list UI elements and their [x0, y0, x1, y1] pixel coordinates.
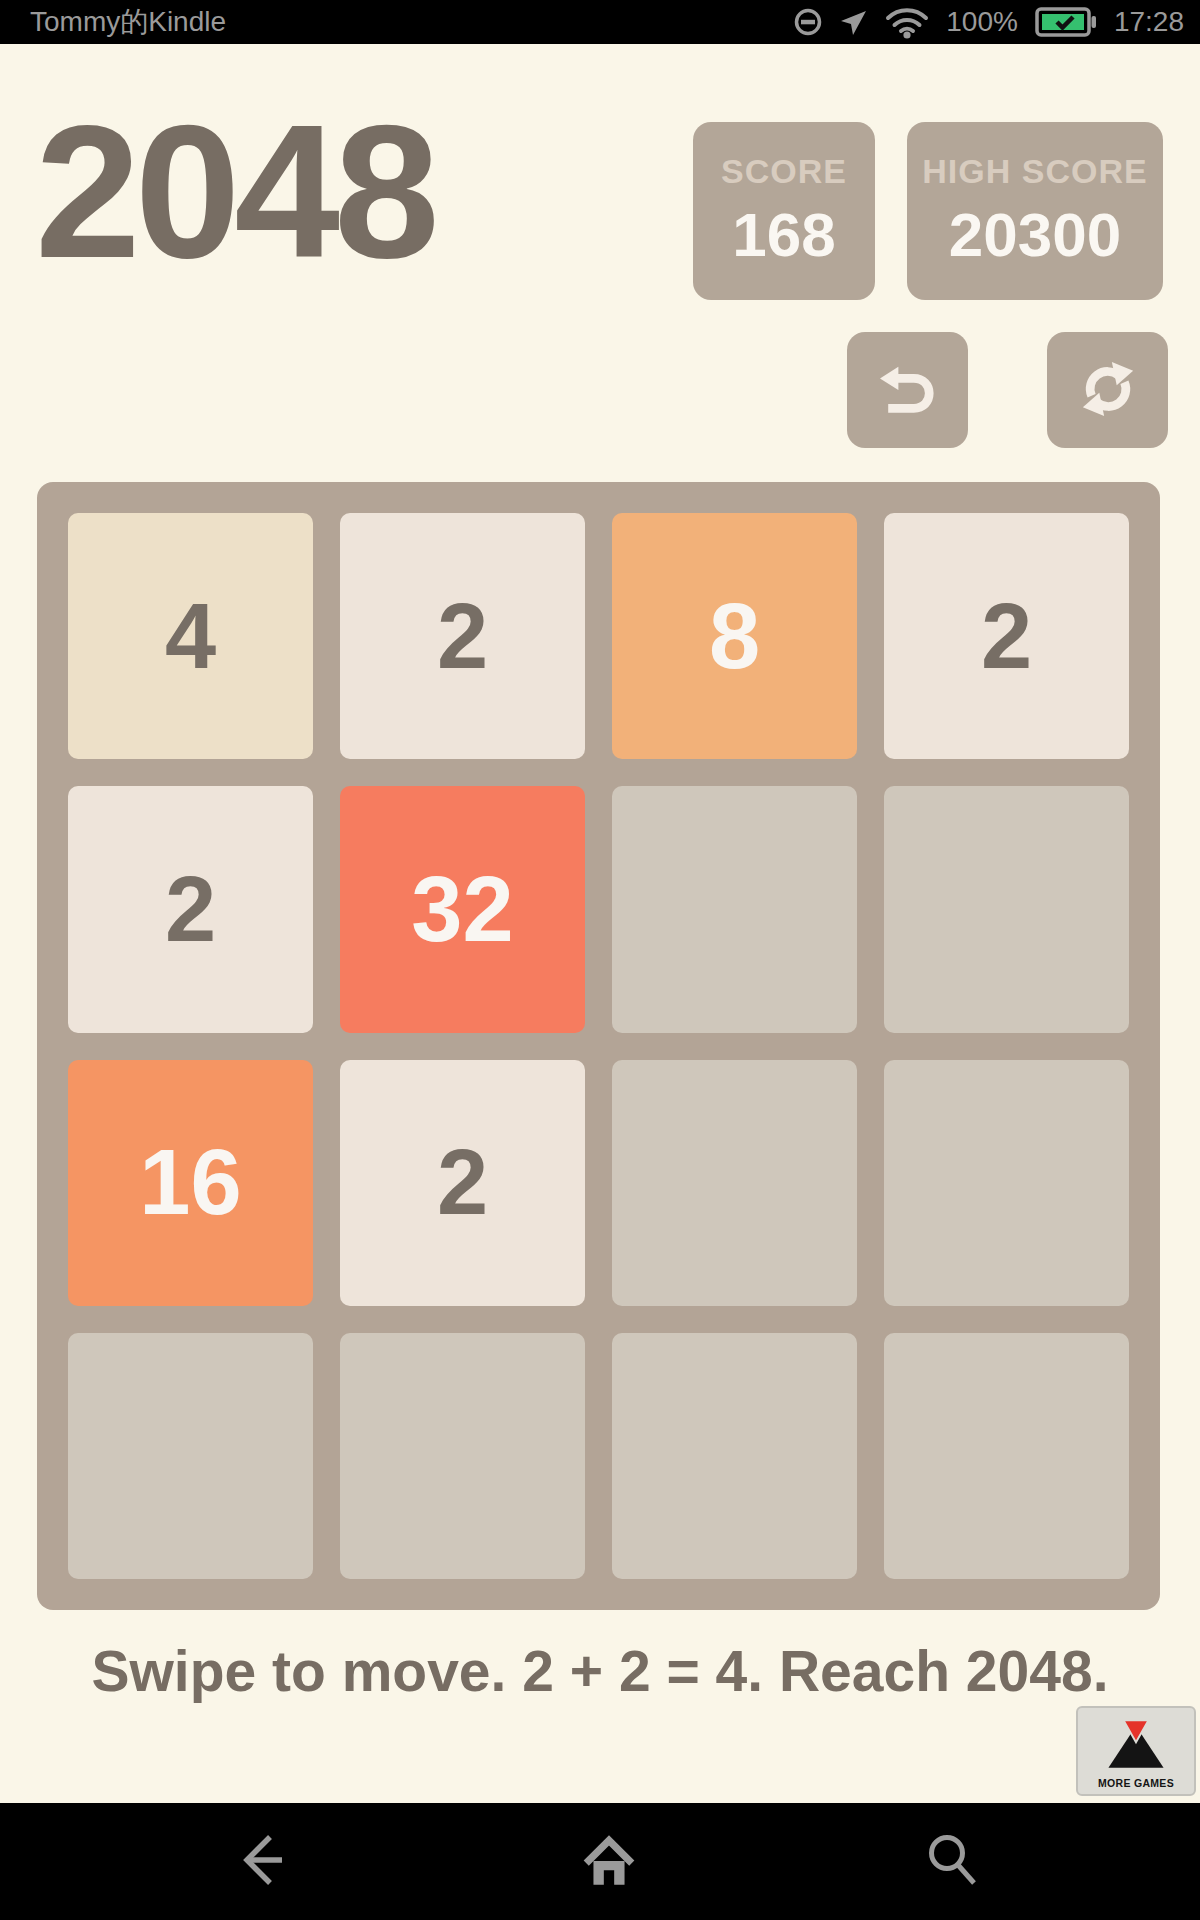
app-title: 2048 — [35, 96, 434, 286]
board-cell-r1c1: 4 — [68, 513, 313, 759]
game-board[interactable]: 4 2 8 2 2 32 16 2 — [37, 482, 1160, 1610]
high-score-box: HIGH SCORE 20300 — [907, 122, 1163, 300]
back-icon — [234, 1829, 290, 1894]
board-cell-r4c1 — [68, 1333, 313, 1579]
back-button[interactable] — [207, 1817, 317, 1907]
restart-button[interactable] — [1047, 332, 1168, 448]
undo-button[interactable] — [847, 332, 968, 448]
more-games-label: MORE GAMES — [1098, 1777, 1174, 1789]
battery-percent: 100% — [946, 6, 1018, 38]
home-button[interactable] — [554, 1817, 664, 1907]
battery-icon — [1035, 6, 1097, 38]
board-cell-r3c2: 2 — [340, 1060, 585, 1306]
wifi-icon — [885, 5, 929, 39]
refresh-icon — [1079, 360, 1137, 421]
high-score-value: 20300 — [949, 199, 1121, 270]
high-score-label: HIGH SCORE — [922, 152, 1147, 191]
score-label: SCORE — [721, 152, 847, 191]
board-cell-r3c1: 16 — [68, 1060, 313, 1306]
board-cell-r4c3 — [612, 1333, 857, 1579]
board-cell-r2c1: 2 — [68, 786, 313, 1032]
board-cell-r2c2: 32 — [340, 786, 585, 1032]
status-bar-right: 100% 17:28 — [793, 5, 1184, 39]
device-name: Tommy的Kindle — [30, 3, 226, 41]
board-cell-r1c4: 2 — [884, 513, 1129, 759]
do-not-disturb-icon — [793, 7, 823, 37]
board-cell-r2c4 — [884, 786, 1129, 1032]
board-cell-r1c3: 8 — [612, 513, 857, 759]
undo-icon — [877, 361, 939, 420]
mountain-logo-icon — [1098, 1719, 1174, 1777]
score-box: SCORE 168 — [693, 122, 875, 300]
score-value: 168 — [732, 199, 835, 270]
search-icon[interactable] — [896, 1817, 1006, 1907]
home-icon — [580, 1833, 638, 1890]
navigation-bar — [0, 1803, 1200, 1920]
magnifier-icon — [922, 1830, 980, 1893]
board-cell-r4c2 — [340, 1333, 585, 1579]
board-cell-r3c3 — [612, 1060, 857, 1306]
status-bar: Tommy的Kindle 100% — [0, 0, 1200, 44]
board-cell-r3c4 — [884, 1060, 1129, 1306]
more-games-button[interactable]: MORE GAMES — [1076, 1706, 1196, 1796]
board-cell-r1c2: 2 — [340, 513, 585, 759]
clock: 17:28 — [1114, 6, 1184, 38]
board-cell-r4c4 — [884, 1333, 1129, 1579]
board-cell-r2c3 — [612, 786, 857, 1032]
location-icon — [840, 8, 868, 36]
instruction-text: Swipe to move. 2 + 2 = 4. Reach 2048. — [0, 1638, 1200, 1704]
